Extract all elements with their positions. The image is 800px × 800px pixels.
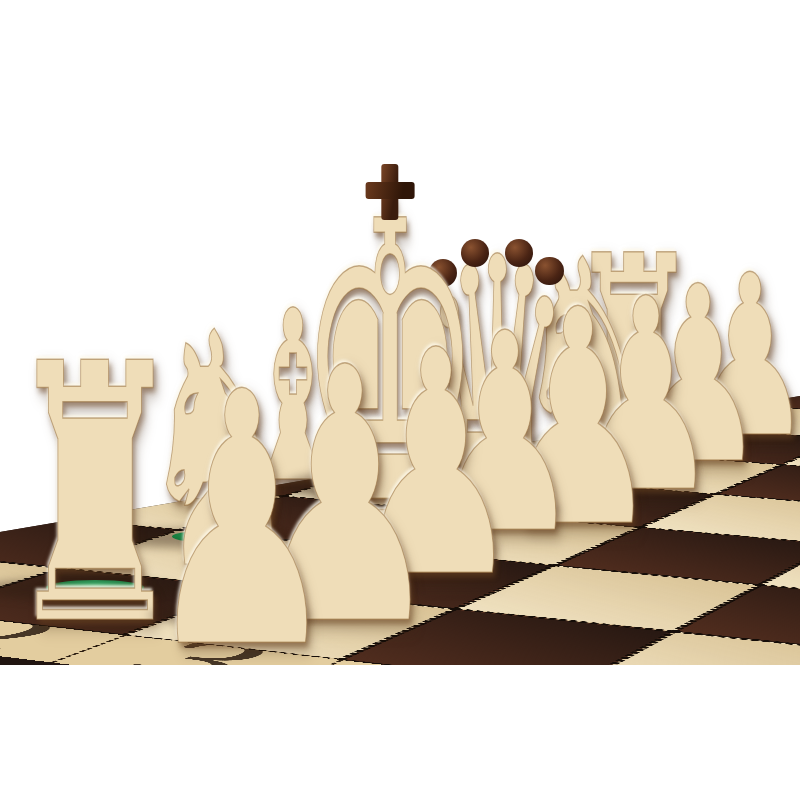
cross-horizontal-bar [366, 182, 415, 199]
photo-crop-mask [0, 665, 800, 800]
pawn-piece: ♟ [188, 422, 296, 616]
rook-piece: ♜ [29, 355, 161, 592]
chess-set-photo: 123 ♜♞♝♚♛♞♜♟♟♟♟♟♟♟♟ [0, 0, 800, 800]
pawn-glyph: ♟ [145, 347, 339, 696]
king-cross-dark-wood [366, 164, 415, 220]
